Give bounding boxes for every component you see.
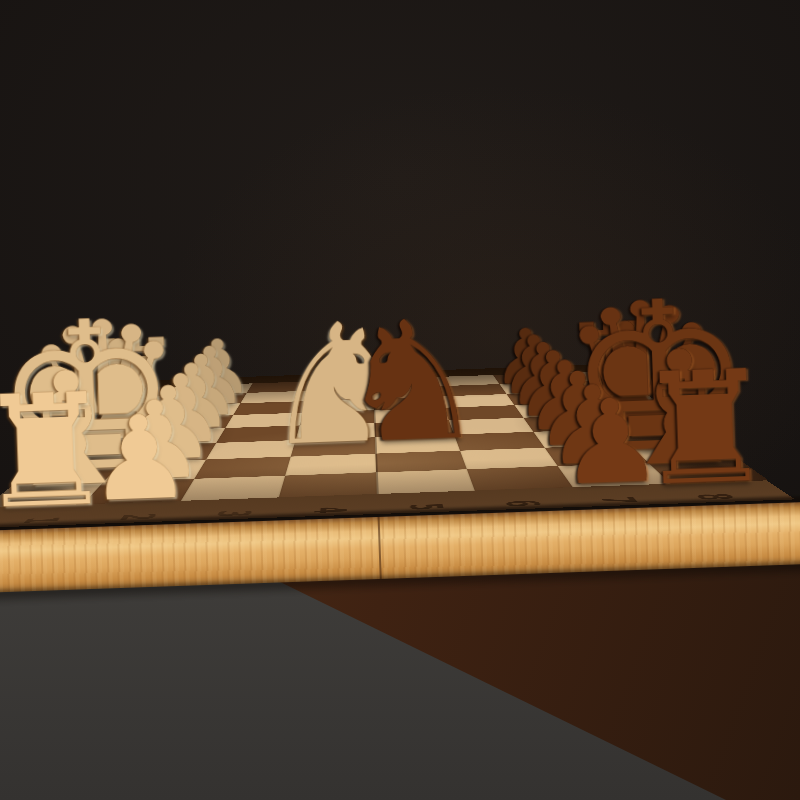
pieces-layer: ♟♟♟♟♜♟♟♜♝♟♟♝♛♟♞♞♟♛♚♟♟♚♝♟♟♝♜♟♟♜ <box>0 0 800 800</box>
product-photo-stage: 12345678 ♟♟♟♟♜♟♟♜♝♟♟♝♛♟♞♞♟♛♚♟♟♚♝♟♟♝♜♟♟♜ <box>0 0 800 800</box>
piece-black-knight-e4[interactable]: ♞ <box>326 297 496 467</box>
piece-black-rook-h1[interactable]: ♜ <box>625 349 784 508</box>
folding-chessboard: 12345678 ♟♟♟♟♜♟♟♜♝♟♟♝♛♟♞♞♟♛♚♟♟♚♝♟♟♝♜♟♟♜ <box>0 0 800 800</box>
piece-white-pawn-b1[interactable]: ♟ <box>80 399 199 518</box>
